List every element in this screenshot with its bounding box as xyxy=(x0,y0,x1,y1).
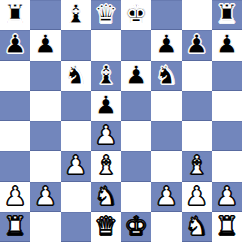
white-pawn-piece[interactable]: ♟ xyxy=(3,181,26,211)
square-c5[interactable] xyxy=(61,91,91,121)
white-king-piece[interactable]: ♚ xyxy=(124,211,147,241)
square-h7[interactable]: ♟ xyxy=(212,30,242,60)
square-d2[interactable]: ♞ xyxy=(91,182,121,212)
square-f1[interactable] xyxy=(151,212,181,242)
square-b6[interactable] xyxy=(30,61,60,91)
square-g1[interactable]: ♞ xyxy=(182,212,212,242)
black-knight-piece[interactable]: ♞ xyxy=(155,60,178,90)
square-a1[interactable]: ♜ xyxy=(0,212,30,242)
square-b2[interactable]: ♟ xyxy=(30,182,60,212)
chess-board: ♜♝♛♚♜♟♟♟♟♟♞♝♟♞♟♟♟♝♝♟♟♞♟♟♟♜♛♚♞♜ xyxy=(0,0,242,242)
white-pawn-piece[interactable]: ♟ xyxy=(64,150,87,180)
square-g3[interactable]: ♝ xyxy=(182,151,212,181)
square-d3[interactable]: ♝ xyxy=(91,151,121,181)
black-pawn-piece[interactable]: ♟ xyxy=(155,29,178,59)
square-g8[interactable] xyxy=(182,0,212,30)
black-rook-piece[interactable]: ♜ xyxy=(215,0,238,29)
black-pawn-piece[interactable]: ♟ xyxy=(185,29,208,59)
black-pawn-piece[interactable]: ♟ xyxy=(215,29,238,59)
black-pawn-piece[interactable]: ♟ xyxy=(3,29,26,59)
black-pawn-piece[interactable]: ♟ xyxy=(34,29,57,59)
square-f8[interactable] xyxy=(151,0,181,30)
square-c6[interactable]: ♞ xyxy=(61,61,91,91)
square-c1[interactable] xyxy=(61,212,91,242)
square-f2[interactable]: ♟ xyxy=(151,182,181,212)
square-a6[interactable] xyxy=(0,61,30,91)
square-e2[interactable] xyxy=(121,182,151,212)
white-pawn-piece[interactable]: ♟ xyxy=(34,181,57,211)
square-c8[interactable]: ♝ xyxy=(61,0,91,30)
square-b5[interactable] xyxy=(30,91,60,121)
square-a2[interactable]: ♟ xyxy=(0,182,30,212)
white-knight-piece[interactable]: ♞ xyxy=(185,211,208,241)
white-pawn-piece[interactable]: ♟ xyxy=(185,181,208,211)
square-h2[interactable]: ♟ xyxy=(212,182,242,212)
square-b3[interactable] xyxy=(30,151,60,181)
square-f3[interactable] xyxy=(151,151,181,181)
white-pawn-piece[interactable]: ♟ xyxy=(155,181,178,211)
white-pawn-piece[interactable]: ♟ xyxy=(94,120,117,150)
black-rook-piece[interactable]: ♜ xyxy=(3,0,26,29)
square-c2[interactable] xyxy=(61,182,91,212)
white-queen-piece[interactable]: ♛ xyxy=(94,211,117,241)
square-e3[interactable] xyxy=(121,151,151,181)
square-e1[interactable]: ♚ xyxy=(121,212,151,242)
white-rook-piece[interactable]: ♜ xyxy=(3,211,26,241)
white-rook-piece[interactable]: ♜ xyxy=(215,211,238,241)
square-d8[interactable]: ♛ xyxy=(91,0,121,30)
white-knight-piece[interactable]: ♞ xyxy=(94,181,117,211)
square-g5[interactable] xyxy=(182,91,212,121)
white-pawn-piece[interactable]: ♟ xyxy=(215,181,238,211)
square-d7[interactable] xyxy=(91,30,121,60)
square-b1[interactable] xyxy=(30,212,60,242)
square-c4[interactable] xyxy=(61,121,91,151)
square-e7[interactable] xyxy=(121,30,151,60)
black-bishop-piece[interactable]: ♝ xyxy=(64,0,87,29)
square-c3[interactable]: ♟ xyxy=(61,151,91,181)
square-f4[interactable] xyxy=(151,121,181,151)
square-f7[interactable]: ♟ xyxy=(151,30,181,60)
white-bishop-piece[interactable]: ♝ xyxy=(94,150,117,180)
square-a8[interactable]: ♜ xyxy=(0,0,30,30)
square-h1[interactable]: ♜ xyxy=(212,212,242,242)
square-f5[interactable] xyxy=(151,91,181,121)
square-a4[interactable] xyxy=(0,121,30,151)
square-d6[interactable]: ♝ xyxy=(91,61,121,91)
black-pawn-piece[interactable]: ♟ xyxy=(94,90,117,120)
square-e6[interactable]: ♟ xyxy=(121,61,151,91)
square-h3[interactable] xyxy=(212,151,242,181)
square-c7[interactable] xyxy=(61,30,91,60)
square-h8[interactable]: ♜ xyxy=(212,0,242,30)
square-d1[interactable]: ♛ xyxy=(91,212,121,242)
square-e5[interactable] xyxy=(121,91,151,121)
square-b7[interactable]: ♟ xyxy=(30,30,60,60)
black-knight-piece[interactable]: ♞ xyxy=(64,60,87,90)
square-g7[interactable]: ♟ xyxy=(182,30,212,60)
black-pawn-piece[interactable]: ♟ xyxy=(124,60,147,90)
square-a7[interactable]: ♟ xyxy=(0,30,30,60)
square-b8[interactable] xyxy=(30,0,60,30)
square-g6[interactable] xyxy=(182,61,212,91)
black-king-piece[interactable]: ♚ xyxy=(124,0,147,29)
square-g2[interactable]: ♟ xyxy=(182,182,212,212)
square-h5[interactable] xyxy=(212,91,242,121)
square-e4[interactable] xyxy=(121,121,151,151)
square-d5[interactable]: ♟ xyxy=(91,91,121,121)
white-bishop-piece[interactable]: ♝ xyxy=(185,150,208,180)
square-a5[interactable] xyxy=(0,91,30,121)
square-h4[interactable] xyxy=(212,121,242,151)
black-queen-piece[interactable]: ♛ xyxy=(94,0,117,29)
square-h6[interactable] xyxy=(212,61,242,91)
square-f6[interactable]: ♞ xyxy=(151,61,181,91)
square-a3[interactable] xyxy=(0,151,30,181)
black-bishop-piece[interactable]: ♝ xyxy=(94,60,117,90)
square-g4[interactable] xyxy=(182,121,212,151)
square-b4[interactable] xyxy=(30,121,60,151)
square-e8[interactable]: ♚ xyxy=(121,0,151,30)
square-d4[interactable]: ♟ xyxy=(91,121,121,151)
